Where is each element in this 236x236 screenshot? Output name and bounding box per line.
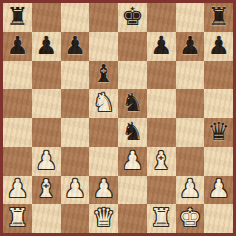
black-knight-e5[interactable]: ♞ bbox=[121, 90, 143, 115]
square-g3[interactable] bbox=[176, 147, 205, 176]
white-rook-a1[interactable]: ♜ bbox=[6, 205, 28, 230]
square-c6[interactable] bbox=[61, 61, 90, 90]
square-e8[interactable]: ♚ bbox=[118, 3, 147, 32]
square-g7[interactable]: ♟ bbox=[176, 32, 205, 61]
white-rook-f1[interactable]: ♜ bbox=[150, 205, 172, 230]
square-b5[interactable] bbox=[32, 89, 61, 118]
square-a7[interactable]: ♟ bbox=[3, 32, 32, 61]
square-d7[interactable] bbox=[89, 32, 118, 61]
square-d6[interactable]: ♝ bbox=[89, 61, 118, 90]
square-f8[interactable] bbox=[147, 3, 176, 32]
square-a3[interactable] bbox=[3, 147, 32, 176]
square-a1[interactable]: ♜ bbox=[3, 204, 32, 233]
white-bishop-b2[interactable]: ♝ bbox=[35, 176, 57, 201]
square-d1[interactable]: ♛ bbox=[89, 204, 118, 233]
square-c7[interactable]: ♟ bbox=[61, 32, 90, 61]
square-c4[interactable] bbox=[61, 118, 90, 147]
square-f1[interactable]: ♜ bbox=[147, 204, 176, 233]
white-knight-d5[interactable]: ♞ bbox=[92, 90, 114, 115]
square-b3[interactable]: ♟ bbox=[32, 147, 61, 176]
square-e1[interactable] bbox=[118, 204, 147, 233]
square-e7[interactable] bbox=[118, 32, 147, 61]
white-pawn-d2[interactable]: ♟ bbox=[92, 176, 114, 201]
square-e4[interactable]: ♞ bbox=[118, 118, 147, 147]
chess-board: ♜♚♜♟♟♟♟♟♟♝♞♞♞♛♟♟♝♟♝♟♟♟♟♜♛♜♚ bbox=[0, 0, 236, 236]
square-a4[interactable] bbox=[3, 118, 32, 147]
square-b1[interactable] bbox=[32, 204, 61, 233]
square-b7[interactable]: ♟ bbox=[32, 32, 61, 61]
square-e6[interactable] bbox=[118, 61, 147, 90]
black-bishop-d6[interactable]: ♝ bbox=[92, 61, 114, 86]
square-b4[interactable] bbox=[32, 118, 61, 147]
square-f3[interactable]: ♝ bbox=[147, 147, 176, 176]
square-c8[interactable] bbox=[61, 3, 90, 32]
square-c5[interactable] bbox=[61, 89, 90, 118]
white-queen-d1[interactable]: ♛ bbox=[92, 205, 114, 230]
black-pawn-g7[interactable]: ♟ bbox=[179, 33, 201, 58]
square-a6[interactable] bbox=[3, 61, 32, 90]
white-pawn-c2[interactable]: ♟ bbox=[64, 176, 86, 201]
square-a5[interactable] bbox=[3, 89, 32, 118]
square-g4[interactable] bbox=[176, 118, 205, 147]
black-pawn-a7[interactable]: ♟ bbox=[6, 33, 28, 58]
black-king-e8[interactable]: ♚ bbox=[121, 4, 143, 29]
square-b2[interactable]: ♝ bbox=[32, 176, 61, 205]
square-d5[interactable]: ♞ bbox=[89, 89, 118, 118]
square-d8[interactable] bbox=[89, 3, 118, 32]
square-h6[interactable] bbox=[204, 61, 233, 90]
square-d3[interactable] bbox=[89, 147, 118, 176]
black-pawn-b7[interactable]: ♟ bbox=[35, 33, 57, 58]
black-rook-a8[interactable]: ♜ bbox=[6, 4, 28, 29]
black-rook-h8[interactable]: ♜ bbox=[207, 4, 229, 29]
square-g6[interactable] bbox=[176, 61, 205, 90]
square-c2[interactable]: ♟ bbox=[61, 176, 90, 205]
black-queen-h4[interactable]: ♛ bbox=[207, 119, 229, 144]
black-pawn-h7[interactable]: ♟ bbox=[207, 33, 229, 58]
square-f7[interactable]: ♟ bbox=[147, 32, 176, 61]
black-knight-e4[interactable]: ♞ bbox=[121, 119, 143, 144]
square-e5[interactable]: ♞ bbox=[118, 89, 147, 118]
white-pawn-e3[interactable]: ♟ bbox=[121, 148, 143, 173]
square-c3[interactable] bbox=[61, 147, 90, 176]
square-h2[interactable]: ♟ bbox=[204, 176, 233, 205]
square-d2[interactable]: ♟ bbox=[89, 176, 118, 205]
square-h7[interactable]: ♟ bbox=[204, 32, 233, 61]
square-c1[interactable] bbox=[61, 204, 90, 233]
square-h8[interactable]: ♜ bbox=[204, 3, 233, 32]
square-h1[interactable] bbox=[204, 204, 233, 233]
square-g5[interactable] bbox=[176, 89, 205, 118]
square-b8[interactable] bbox=[32, 3, 61, 32]
white-pawn-b3[interactable]: ♟ bbox=[35, 148, 57, 173]
square-b6[interactable] bbox=[32, 61, 61, 90]
board-grid: ♜♚♜♟♟♟♟♟♟♝♞♞♞♛♟♟♝♟♝♟♟♟♟♜♛♜♚ bbox=[3, 3, 233, 233]
square-f4[interactable] bbox=[147, 118, 176, 147]
square-h3[interactable] bbox=[204, 147, 233, 176]
white-pawn-h2[interactable]: ♟ bbox=[207, 176, 229, 201]
square-f2[interactable] bbox=[147, 176, 176, 205]
black-pawn-f7[interactable]: ♟ bbox=[150, 33, 172, 58]
square-a2[interactable]: ♟ bbox=[3, 176, 32, 205]
square-a8[interactable]: ♜ bbox=[3, 3, 32, 32]
square-g2[interactable]: ♟ bbox=[176, 176, 205, 205]
square-e3[interactable]: ♟ bbox=[118, 147, 147, 176]
square-g8[interactable] bbox=[176, 3, 205, 32]
white-bishop-f3[interactable]: ♝ bbox=[150, 148, 172, 173]
white-pawn-a2[interactable]: ♟ bbox=[6, 176, 28, 201]
white-king-g1[interactable]: ♚ bbox=[179, 205, 201, 230]
white-pawn-g2[interactable]: ♟ bbox=[179, 176, 201, 201]
square-f6[interactable] bbox=[147, 61, 176, 90]
black-pawn-c7[interactable]: ♟ bbox=[64, 33, 86, 58]
square-e2[interactable] bbox=[118, 176, 147, 205]
square-g1[interactable]: ♚ bbox=[176, 204, 205, 233]
square-f5[interactable] bbox=[147, 89, 176, 118]
square-h4[interactable]: ♛ bbox=[204, 118, 233, 147]
square-h5[interactable] bbox=[204, 89, 233, 118]
square-d4[interactable] bbox=[89, 118, 118, 147]
